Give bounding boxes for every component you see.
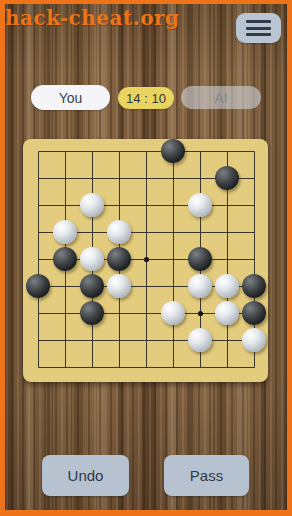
go-board-grid[interactable] (25, 138, 268, 381)
white-stone (215, 274, 239, 298)
player-ai-button: AI (181, 86, 261, 109)
black-stone (161, 139, 185, 163)
white-stone (188, 193, 212, 217)
menu-button[interactable] (236, 13, 281, 43)
black-stone (80, 274, 104, 298)
black-stone (242, 301, 266, 325)
black-stone (80, 301, 104, 325)
go-board[interactable] (23, 139, 268, 382)
player-you-button[interactable]: You (31, 85, 110, 110)
player-ai-label: AI (214, 90, 227, 106)
undo-label: Undo (68, 467, 104, 484)
black-stone (188, 247, 212, 271)
white-stone (80, 193, 104, 217)
black-stone (215, 166, 239, 190)
white-stone (215, 301, 239, 325)
white-stone (107, 274, 131, 298)
undo-button[interactable]: Undo (42, 455, 129, 496)
game-timer: 14 : 10 (118, 87, 174, 109)
white-stone (242, 328, 266, 352)
watermark-text: hack-cheat.org (5, 6, 180, 30)
hamburger-menu-icon (246, 20, 271, 23)
white-stone (80, 247, 104, 271)
black-stone (53, 247, 77, 271)
white-stone (188, 328, 212, 352)
black-stone (26, 274, 50, 298)
timer-value: 14 : 10 (126, 91, 166, 106)
white-stone (161, 301, 185, 325)
black-stone (242, 274, 266, 298)
black-stone (107, 247, 131, 271)
player-you-label: You (59, 90, 83, 106)
white-stone (188, 274, 212, 298)
pass-button[interactable]: Pass (164, 455, 249, 496)
pass-label: Pass (190, 467, 223, 484)
white-stone (107, 220, 131, 244)
white-stone (53, 220, 77, 244)
